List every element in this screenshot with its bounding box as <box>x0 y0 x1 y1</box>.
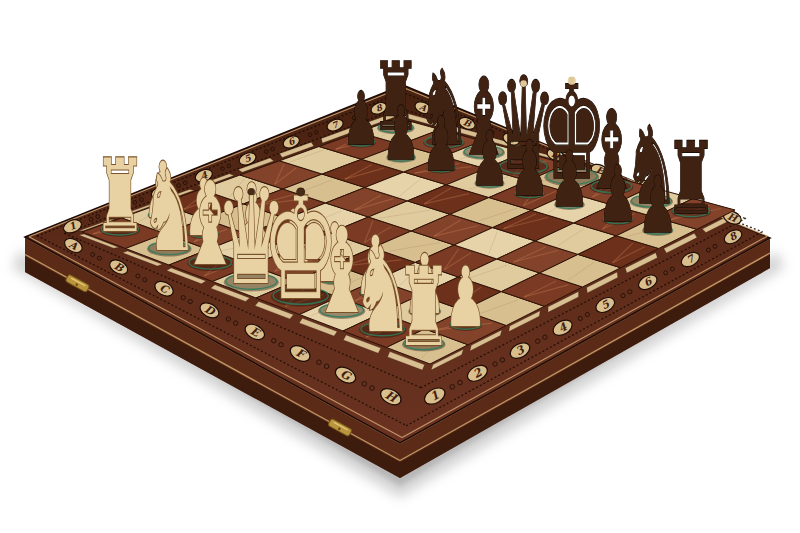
finial-tip <box>568 77 576 85</box>
chess-set-photo: ABCDEFGH1234567812345678ABCDEFGH♜♞♟♝♟♛♟♚… <box>0 0 800 533</box>
piece-black-pawn-f7: ♟ <box>550 135 590 224</box>
piece-black-pawn-a7: ♟ <box>342 75 380 161</box>
finial-tip <box>248 188 255 195</box>
piece-glyph: ♟ <box>598 149 638 240</box>
piece-glyph: ♟ <box>342 75 380 161</box>
piece-black-pawn-d7: ♟ <box>470 115 509 203</box>
piece-black-pawn-h7: ♟ <box>638 160 679 251</box>
piece-glyph: ♟ <box>550 135 590 224</box>
finial-tip <box>296 187 305 196</box>
piece-black-pawn-c7: ♟ <box>422 100 461 187</box>
chess-board-scene: ABCDEFGH1234567812345678ABCDEFGH♜♞♟♝♟♛♟♚… <box>0 0 800 533</box>
piece-black-pawn-e7: ♟ <box>510 124 550 213</box>
piece-glyph: ♟ <box>422 100 461 187</box>
piece-white-rook-h1: ♜ <box>396 245 452 371</box>
finial-tip <box>520 80 527 87</box>
piece-glyph: ♟ <box>510 124 550 213</box>
piece-glyph: ♟ <box>470 115 509 203</box>
piece-glyph: ♜ <box>396 245 452 371</box>
piece-white-rook-a1: ♜ <box>94 138 146 254</box>
piece-glyph: ♟ <box>638 160 679 251</box>
piece-glyph: ♟ <box>382 90 421 176</box>
piece-black-pawn-g7: ♟ <box>598 149 638 240</box>
piece-black-pawn-b7: ♟ <box>382 90 421 176</box>
piece-glyph: ♜ <box>94 138 146 254</box>
